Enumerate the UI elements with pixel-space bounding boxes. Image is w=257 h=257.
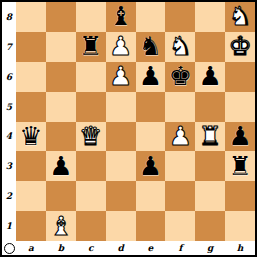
square-d3[interactable] (106, 151, 136, 181)
white-pawn-f4[interactable]: ♟ (169, 122, 192, 151)
square-d5[interactable] (106, 92, 136, 122)
black-knight-e7[interactable]: ♞ (139, 32, 162, 61)
square-d8[interactable]: ♝ (106, 2, 136, 32)
square-g2[interactable] (195, 181, 225, 211)
rank-label-1: 1 (2, 211, 16, 241)
square-b2[interactable] (46, 181, 76, 211)
square-c1[interactable] (76, 211, 106, 241)
square-c8[interactable] (76, 2, 106, 32)
square-e5[interactable] (136, 92, 166, 122)
square-g8[interactable] (195, 2, 225, 32)
square-e1[interactable] (136, 211, 166, 241)
file-label-h: h (225, 241, 255, 255)
square-h5[interactable] (225, 92, 255, 122)
side-to-move-indicator (4, 243, 15, 254)
square-d7[interactable]: ♟ (106, 32, 136, 62)
square-e2[interactable] (136, 181, 166, 211)
square-b1[interactable]: ♝ (46, 211, 76, 241)
square-a3[interactable] (16, 151, 46, 181)
square-h7[interactable]: ♚ (225, 32, 255, 62)
chess-diagram: 87654321 ♝♞♜♟♞♞♚♟♟♚♟♛♛♟♜♟♟♟♜♝ abcdefgh (0, 0, 257, 257)
rank-label-2: 2 (2, 181, 16, 211)
square-b4[interactable] (46, 122, 76, 152)
black-pawn-g6[interactable]: ♟ (199, 62, 222, 91)
file-label-c: c (76, 241, 106, 255)
square-f8[interactable] (165, 2, 195, 32)
square-c7[interactable]: ♜ (76, 32, 106, 62)
white-knight-f7[interactable]: ♞ (169, 32, 192, 61)
square-e4[interactable] (136, 122, 166, 152)
black-pawn-e6[interactable]: ♟ (139, 62, 162, 91)
square-a5[interactable] (16, 92, 46, 122)
file-label-e: e (136, 241, 166, 255)
white-king-h7[interactable]: ♚ (228, 32, 251, 61)
square-a1[interactable] (16, 211, 46, 241)
rank-label-7: 7 (2, 32, 16, 62)
file-label-g: g (195, 241, 225, 255)
square-c4[interactable]: ♛ (76, 122, 106, 152)
white-knight-h8[interactable]: ♞ (228, 2, 251, 31)
square-g6[interactable]: ♟ (195, 62, 225, 92)
square-a4[interactable]: ♛ (16, 122, 46, 152)
square-b3[interactable]: ♟ (46, 151, 76, 181)
white-queen-c4[interactable]: ♛ (79, 122, 102, 151)
square-h8[interactable]: ♞ (225, 2, 255, 32)
white-pawn-d6[interactable]: ♟ (109, 62, 132, 91)
white-pawn-d7[interactable]: ♟ (109, 32, 132, 61)
square-d1[interactable] (106, 211, 136, 241)
square-b5[interactable] (46, 92, 76, 122)
white-bishop-b1[interactable]: ♝ (49, 212, 72, 241)
white-rook-g4[interactable]: ♜ (199, 122, 222, 151)
square-f6[interactable]: ♚ (165, 62, 195, 92)
square-e6[interactable]: ♟ (136, 62, 166, 92)
square-g5[interactable] (195, 92, 225, 122)
square-h6[interactable] (225, 62, 255, 92)
rank-label-4: 4 (2, 122, 16, 152)
black-pawn-b3[interactable]: ♟ (49, 152, 72, 181)
rank-label-8: 8 (2, 2, 16, 32)
square-c5[interactable] (76, 92, 106, 122)
square-f2[interactable] (165, 181, 195, 211)
square-b6[interactable] (46, 62, 76, 92)
square-a6[interactable] (16, 62, 46, 92)
square-h4[interactable]: ♟ (225, 122, 255, 152)
square-a2[interactable] (16, 181, 46, 211)
square-g4[interactable]: ♜ (195, 122, 225, 152)
file-labels: abcdefgh (16, 241, 255, 255)
black-king-f6[interactable]: ♚ (169, 62, 192, 91)
square-h2[interactable] (225, 181, 255, 211)
file-label-d: d (106, 241, 136, 255)
square-f5[interactable] (165, 92, 195, 122)
square-f1[interactable] (165, 211, 195, 241)
black-rook-c7[interactable]: ♜ (79, 32, 102, 61)
file-label-f: f (165, 241, 195, 255)
black-pawn-e3[interactable]: ♟ (139, 152, 162, 181)
square-g7[interactable] (195, 32, 225, 62)
rank-label-5: 5 (2, 92, 16, 122)
black-rook-h3[interactable]: ♜ (228, 152, 251, 181)
black-queen-a4[interactable]: ♛ (19, 122, 42, 151)
square-d2[interactable] (106, 181, 136, 211)
square-c6[interactable] (76, 62, 106, 92)
square-f4[interactable]: ♟ (165, 122, 195, 152)
square-d6[interactable]: ♟ (106, 62, 136, 92)
square-f3[interactable] (165, 151, 195, 181)
board: ♝♞♜♟♞♞♚♟♟♚♟♛♛♟♜♟♟♟♜♝ (16, 2, 255, 241)
rank-labels: 87654321 (2, 2, 16, 241)
square-c2[interactable] (76, 181, 106, 211)
square-b7[interactable] (46, 32, 76, 62)
black-bishop-d8[interactable]: ♝ (109, 2, 132, 31)
file-label-b: b (46, 241, 76, 255)
square-d4[interactable] (106, 122, 136, 152)
square-h1[interactable] (225, 211, 255, 241)
square-g1[interactable] (195, 211, 225, 241)
square-e7[interactable]: ♞ (136, 32, 166, 62)
square-a8[interactable] (16, 2, 46, 32)
rank-label-3: 3 (2, 151, 16, 181)
square-b8[interactable] (46, 2, 76, 32)
square-a7[interactable] (16, 32, 46, 62)
square-e8[interactable] (136, 2, 166, 32)
square-e3[interactable]: ♟ (136, 151, 166, 181)
square-f7[interactable]: ♞ (165, 32, 195, 62)
square-c3[interactable] (76, 151, 106, 181)
square-g3[interactable] (195, 151, 225, 181)
square-h3[interactable]: ♜ (225, 151, 255, 181)
file-label-a: a (16, 241, 46, 255)
rank-label-6: 6 (2, 62, 16, 92)
black-pawn-h4[interactable]: ♟ (228, 122, 251, 151)
